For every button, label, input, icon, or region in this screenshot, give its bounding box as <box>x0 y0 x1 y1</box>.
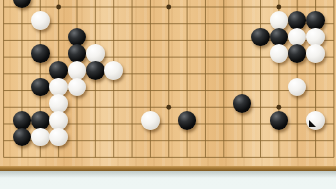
white-stone[interactable] <box>270 11 289 30</box>
star-point <box>166 105 171 110</box>
board-edge-shadow <box>0 171 336 178</box>
white-stone[interactable] <box>306 44 325 63</box>
star-point <box>166 5 171 10</box>
star-point <box>56 5 61 10</box>
black-stone[interactable] <box>31 44 50 63</box>
black-stone[interactable] <box>31 78 50 97</box>
white-stone[interactable] <box>270 44 289 63</box>
go-board[interactable] <box>0 0 336 166</box>
black-stone[interactable] <box>86 61 105 80</box>
black-stone[interactable] <box>49 61 68 80</box>
black-stone[interactable] <box>251 28 270 47</box>
black-stone[interactable] <box>31 111 50 130</box>
white-stone[interactable] <box>68 61 87 80</box>
white-stone[interactable] <box>141 111 160 130</box>
black-stone[interactable] <box>306 11 325 30</box>
white-stone[interactable] <box>104 61 123 80</box>
white-stone[interactable] <box>49 111 68 130</box>
black-stone[interactable] <box>288 11 307 30</box>
white-stone[interactable] <box>31 128 50 147</box>
white-stone[interactable] <box>31 11 50 30</box>
black-stone[interactable] <box>178 111 197 130</box>
star-point <box>276 105 281 110</box>
go-app-screenshot <box>0 0 336 189</box>
black-stone[interactable] <box>270 111 289 130</box>
white-stone-last-move-marked[interactable] <box>306 111 325 130</box>
star-point <box>276 5 281 10</box>
black-stone[interactable] <box>13 111 32 130</box>
